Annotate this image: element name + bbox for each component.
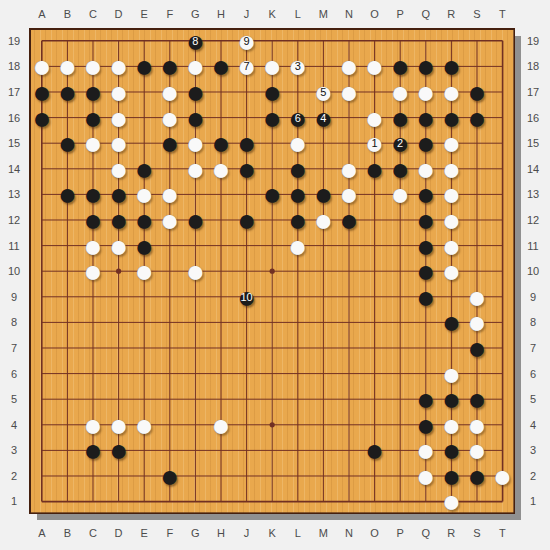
intersection-A6[interactable] <box>29 361 55 387</box>
intersection-T6[interactable] <box>490 361 516 387</box>
intersection-F7[interactable] <box>157 335 183 361</box>
intersection-H1[interactable] <box>208 489 234 515</box>
intersection-E7[interactable] <box>131 335 157 361</box>
intersection-P3[interactable] <box>387 438 413 464</box>
intersection-B9[interactable] <box>55 284 81 310</box>
intersection-E10[interactable]: ● <box>131 258 157 284</box>
intersection-B8[interactable] <box>55 310 81 336</box>
intersection-M12[interactable]: ● <box>311 207 337 233</box>
intersection-G10[interactable]: ● <box>183 258 209 284</box>
intersection-B7[interactable] <box>55 335 81 361</box>
intersection-F12[interactable]: ● <box>157 207 183 233</box>
white-stone: ● <box>135 409 154 441</box>
intersection-D8[interactable] <box>106 310 132 336</box>
intersection-G8[interactable] <box>183 310 209 336</box>
intersection-B12[interactable] <box>55 207 81 233</box>
intersection-K4[interactable] <box>259 412 285 438</box>
intersection-E18[interactable]: ● <box>131 54 157 80</box>
intersection-H3[interactable] <box>208 438 234 464</box>
intersection-T17[interactable] <box>490 79 516 105</box>
black-stone: ● <box>211 50 230 82</box>
intersection-F9[interactable] <box>157 284 183 310</box>
intersection-L1[interactable] <box>285 489 311 515</box>
white-stone: ● <box>390 178 409 210</box>
col-label: L <box>285 5 311 23</box>
intersection-K6[interactable] <box>259 361 285 387</box>
intersection-R1[interactable]: ● <box>439 489 465 515</box>
intersection-M1[interactable] <box>311 489 337 515</box>
intersection-M11[interactable] <box>311 233 337 259</box>
intersection-F11[interactable] <box>157 233 183 259</box>
intersection-H18[interactable]: ● <box>208 54 234 80</box>
intersection-P8[interactable] <box>387 310 413 336</box>
intersection-G9[interactable] <box>183 284 209 310</box>
intersection-F4[interactable] <box>157 412 183 438</box>
intersection-F6[interactable] <box>157 361 183 387</box>
intersection-N12[interactable]: ● <box>336 207 362 233</box>
intersection-N11[interactable] <box>336 233 362 259</box>
intersection-C1[interactable] <box>80 489 106 515</box>
intersection-M15[interactable] <box>311 130 337 156</box>
intersection-P2[interactable] <box>387 463 413 489</box>
intersection-N7[interactable] <box>336 335 362 361</box>
intersection-N10[interactable] <box>336 258 362 284</box>
intersection-K10[interactable] <box>259 258 285 284</box>
row-label: 5 <box>521 386 545 412</box>
intersection-T9[interactable] <box>490 284 516 310</box>
intersection-C7[interactable] <box>80 335 106 361</box>
intersection-M9[interactable] <box>311 284 337 310</box>
intersection-B15[interactable]: ● <box>55 130 81 156</box>
row-label: 11 <box>521 233 545 259</box>
intersection-B17[interactable]: ● <box>55 79 81 105</box>
intersection-G2[interactable] <box>183 463 209 489</box>
intersection-Q9[interactable]: ● <box>413 284 439 310</box>
intersection-J6[interactable] <box>234 361 260 387</box>
intersection-M6[interactable] <box>311 361 337 387</box>
intersection-G6[interactable] <box>183 361 209 387</box>
white-stone: ● <box>135 255 154 287</box>
intersection-C9[interactable] <box>80 284 106 310</box>
intersection-S16[interactable]: ● <box>464 105 490 131</box>
intersection-T4[interactable] <box>490 412 516 438</box>
intersection-S7[interactable]: ● <box>464 335 490 361</box>
column-labels-bottom: ABCDEFGHJKLMNOPQRST <box>29 524 515 542</box>
col-label: K <box>259 5 285 23</box>
black-stone: ● <box>58 127 77 159</box>
row-label: 17 <box>521 79 545 105</box>
row-label: 1 <box>521 489 545 515</box>
intersection-C8[interactable] <box>80 310 106 336</box>
intersection-H4[interactable]: ● <box>208 412 234 438</box>
intersection-H2[interactable] <box>208 463 234 489</box>
intersection-L2[interactable] <box>285 463 311 489</box>
intersection-Q8[interactable] <box>413 310 439 336</box>
intersection-T15[interactable] <box>490 130 516 156</box>
intersection-B11[interactable] <box>55 233 81 259</box>
intersection-O1[interactable] <box>362 489 388 515</box>
intersection-S14[interactable] <box>464 156 490 182</box>
intersection-Q1[interactable] <box>413 489 439 515</box>
col-label: G <box>183 524 209 542</box>
intersection-B1[interactable] <box>55 489 81 515</box>
intersection-F2[interactable]: ● <box>157 463 183 489</box>
intersection-J5[interactable] <box>234 386 260 412</box>
board-grid[interactable]: ●8●9●●●●●●●●●7●●3●●●●●●●●●●●●●5●●●●●●●●●… <box>29 28 515 514</box>
intersection-J8[interactable] <box>234 310 260 336</box>
intersection-A8[interactable] <box>29 310 55 336</box>
intersection-P1[interactable] <box>387 489 413 515</box>
intersection-A12[interactable] <box>29 207 55 233</box>
intersection-M8[interactable] <box>311 310 337 336</box>
intersection-O13[interactable] <box>362 182 388 208</box>
intersection-O10[interactable] <box>362 258 388 284</box>
intersection-K3[interactable] <box>259 438 285 464</box>
row-label: 7 <box>521 335 545 361</box>
row-label: 4 <box>521 412 545 438</box>
black-stone: ● <box>58 178 77 210</box>
intersection-O9[interactable] <box>362 284 388 310</box>
intersection-O12[interactable] <box>362 207 388 233</box>
intersection-P13[interactable]: ● <box>387 182 413 208</box>
col-label: J <box>234 5 260 23</box>
intersection-H10[interactable] <box>208 258 234 284</box>
intersection-H12[interactable] <box>208 207 234 233</box>
intersection-T18[interactable] <box>490 54 516 80</box>
row-label: 8 <box>521 310 545 336</box>
intersection-T5[interactable] <box>490 386 516 412</box>
white-stone: ● <box>442 255 461 287</box>
intersection-T8[interactable] <box>490 310 516 336</box>
intersection-K16[interactable]: ● <box>259 105 285 131</box>
intersection-P5[interactable] <box>387 386 413 412</box>
intersection-H7[interactable] <box>208 335 234 361</box>
intersection-D7[interactable] <box>106 335 132 361</box>
white-stone: ● <box>288 230 307 262</box>
intersection-B10[interactable] <box>55 258 81 284</box>
row-label: 3 <box>2 438 26 464</box>
intersection-A16[interactable]: ● <box>29 105 55 131</box>
intersection-K5[interactable] <box>259 386 285 412</box>
intersection-K8[interactable] <box>259 310 285 336</box>
intersection-S1[interactable] <box>464 489 490 515</box>
intersection-N8[interactable] <box>336 310 362 336</box>
intersection-S2[interactable]: ● <box>464 463 490 489</box>
intersection-G7[interactable] <box>183 335 209 361</box>
intersection-H14[interactable]: ● <box>208 156 234 182</box>
black-stone: ● <box>314 102 333 134</box>
intersection-E8[interactable] <box>131 310 157 336</box>
intersection-S12[interactable] <box>464 207 490 233</box>
col-label: D <box>106 524 132 542</box>
intersection-A13[interactable] <box>29 182 55 208</box>
intersection-M7[interactable] <box>311 335 337 361</box>
intersection-M5[interactable] <box>311 386 337 412</box>
black-stone: ● <box>467 460 486 492</box>
intersection-C6[interactable] <box>80 361 106 387</box>
intersection-C2[interactable] <box>80 463 106 489</box>
intersection-G3[interactable] <box>183 438 209 464</box>
intersection-A11[interactable] <box>29 233 55 259</box>
intersection-T11[interactable] <box>490 233 516 259</box>
white-stone: ● <box>160 204 179 236</box>
white-stone: ● <box>211 153 230 185</box>
intersection-H9[interactable] <box>208 284 234 310</box>
intersection-T10[interactable] <box>490 258 516 284</box>
intersection-M2[interactable] <box>311 463 337 489</box>
row-label: 16 <box>2 105 26 131</box>
intersection-L11[interactable]: ● <box>285 233 311 259</box>
row-label: 3 <box>521 438 545 464</box>
white-stone: ● <box>109 230 128 262</box>
intersection-O3[interactable]: ● <box>362 438 388 464</box>
intersection-A9[interactable] <box>29 284 55 310</box>
intersection-T1[interactable] <box>490 489 516 515</box>
intersection-J2[interactable] <box>234 463 260 489</box>
intersection-P10[interactable] <box>387 258 413 284</box>
row-label: 18 <box>2 54 26 80</box>
intersection-L8[interactable] <box>285 310 311 336</box>
intersection-N1[interactable] <box>336 489 362 515</box>
intersection-F5[interactable] <box>157 386 183 412</box>
col-label: A <box>29 524 55 542</box>
intersection-L9[interactable] <box>285 284 311 310</box>
intersection-A1[interactable] <box>29 489 55 515</box>
intersection-O14[interactable]: ● <box>362 156 388 182</box>
intersection-D10[interactable] <box>106 258 132 284</box>
intersection-D2[interactable] <box>106 463 132 489</box>
intersection-F8[interactable] <box>157 310 183 336</box>
col-label: N <box>336 5 362 23</box>
intersection-C10[interactable]: ● <box>80 258 106 284</box>
intersection-D3[interactable]: ● <box>106 438 132 464</box>
intersection-K11[interactable] <box>259 233 285 259</box>
intersection-J7[interactable] <box>234 335 260 361</box>
intersection-B6[interactable] <box>55 361 81 387</box>
intersection-N2[interactable] <box>336 463 362 489</box>
intersection-P12[interactable] <box>387 207 413 233</box>
intersection-B5[interactable] <box>55 386 81 412</box>
intersection-A2[interactable] <box>29 463 55 489</box>
intersection-K7[interactable] <box>259 335 285 361</box>
intersection-J9[interactable]: ●10 <box>234 284 260 310</box>
intersection-L18[interactable]: ●3 <box>285 54 311 80</box>
col-label: N <box>336 524 362 542</box>
intersection-L5[interactable] <box>285 386 311 412</box>
intersection-L7[interactable] <box>285 335 311 361</box>
intersection-H8[interactable] <box>208 310 234 336</box>
intersection-A5[interactable] <box>29 386 55 412</box>
white-stone: ● <box>83 255 102 287</box>
row-labels-left: 19181716151413121110987654321 <box>2 28 26 514</box>
intersection-A15[interactable] <box>29 130 55 156</box>
intersection-S15[interactable] <box>464 130 490 156</box>
intersection-P6[interactable] <box>387 361 413 387</box>
intersection-D6[interactable] <box>106 361 132 387</box>
col-label: S <box>464 524 490 542</box>
intersection-G14[interactable]: ● <box>183 156 209 182</box>
intersection-E6[interactable] <box>131 361 157 387</box>
intersection-K9[interactable] <box>259 284 285 310</box>
row-label: 2 <box>521 463 545 489</box>
black-stone: ● <box>160 127 179 159</box>
intersection-E2[interactable] <box>131 463 157 489</box>
intersection-N17[interactable]: ● <box>336 79 362 105</box>
intersection-G1[interactable] <box>183 489 209 515</box>
intersection-O7[interactable] <box>362 335 388 361</box>
intersection-C3[interactable]: ● <box>80 438 106 464</box>
row-label: 1 <box>2 489 26 515</box>
intersection-C15[interactable]: ● <box>80 130 106 156</box>
intersection-N5[interactable] <box>336 386 362 412</box>
intersection-P9[interactable] <box>387 284 413 310</box>
white-stone: ● <box>211 409 230 441</box>
intersection-B13[interactable]: ● <box>55 182 81 208</box>
intersection-D11[interactable]: ● <box>106 233 132 259</box>
intersection-E1[interactable] <box>131 489 157 515</box>
black-stone: ● <box>32 102 51 134</box>
intersection-Q7[interactable] <box>413 335 439 361</box>
intersection-E4[interactable]: ● <box>131 412 157 438</box>
intersection-K2[interactable] <box>259 463 285 489</box>
intersection-O11[interactable] <box>362 233 388 259</box>
row-label: 14 <box>2 156 26 182</box>
intersection-N16[interactable] <box>336 105 362 131</box>
intersection-K13[interactable]: ● <box>259 182 285 208</box>
intersection-G5[interactable] <box>183 386 209 412</box>
col-label: O <box>362 524 388 542</box>
intersection-R8[interactable]: ● <box>439 310 465 336</box>
intersection-M4[interactable] <box>311 412 337 438</box>
intersection-L4[interactable] <box>285 412 311 438</box>
intersection-K15[interactable] <box>259 130 285 156</box>
intersection-S11[interactable] <box>464 233 490 259</box>
row-label: 2 <box>2 463 26 489</box>
intersection-P11[interactable] <box>387 233 413 259</box>
intersection-T19[interactable] <box>490 28 516 54</box>
black-stone: ● <box>237 153 256 185</box>
black-stone: ● <box>160 460 179 492</box>
intersection-E3[interactable] <box>131 438 157 464</box>
intersection-O8[interactable] <box>362 310 388 336</box>
row-label: 12 <box>521 207 545 233</box>
intersection-B2[interactable] <box>55 463 81 489</box>
intersection-E16[interactable] <box>131 105 157 131</box>
intersection-J18[interactable]: ●7 <box>234 54 260 80</box>
intersection-O5[interactable] <box>362 386 388 412</box>
intersection-M10[interactable] <box>311 258 337 284</box>
col-label: G <box>183 5 209 23</box>
intersection-S13[interactable] <box>464 182 490 208</box>
intersection-T13[interactable] <box>490 182 516 208</box>
intersection-F10[interactable] <box>157 258 183 284</box>
intersection-O2[interactable] <box>362 463 388 489</box>
intersection-F1[interactable] <box>157 489 183 515</box>
intersection-A7[interactable] <box>29 335 55 361</box>
intersection-M3[interactable] <box>311 438 337 464</box>
row-label: 13 <box>521 182 545 208</box>
intersection-M16[interactable]: ●4 <box>311 105 337 131</box>
intersection-B4[interactable] <box>55 412 81 438</box>
intersection-A3[interactable] <box>29 438 55 464</box>
intersection-G12[interactable]: ● <box>183 207 209 233</box>
intersection-J1[interactable] <box>234 489 260 515</box>
black-stone: ● <box>467 102 486 134</box>
white-stone: ● <box>365 50 384 82</box>
col-label: H <box>208 5 234 23</box>
intersection-N4[interactable] <box>336 412 362 438</box>
col-label: R <box>439 5 465 23</box>
intersection-A10[interactable] <box>29 258 55 284</box>
intersection-D9[interactable] <box>106 284 132 310</box>
intersection-T16[interactable] <box>490 105 516 131</box>
black-stone: ● <box>365 153 384 185</box>
intersection-H11[interactable] <box>208 233 234 259</box>
intersection-P7[interactable] <box>387 335 413 361</box>
intersection-L6[interactable] <box>285 361 311 387</box>
black-stone: ● <box>58 76 77 108</box>
intersection-J14[interactable]: ● <box>234 156 260 182</box>
intersection-O18[interactable]: ● <box>362 54 388 80</box>
col-label: M <box>311 5 337 23</box>
row-label: 7 <box>2 335 26 361</box>
intersection-S19[interactable] <box>464 28 490 54</box>
intersection-J3[interactable] <box>234 438 260 464</box>
intersection-N3[interactable] <box>336 438 362 464</box>
intersection-Q2[interactable]: ● <box>413 463 439 489</box>
col-label: T <box>490 524 516 542</box>
white-stone: ● <box>493 460 512 492</box>
intersection-H13[interactable] <box>208 182 234 208</box>
intersection-J11[interactable] <box>234 233 260 259</box>
intersection-E17[interactable] <box>131 79 157 105</box>
column-labels-top: ABCDEFGHJKLMNOPQRST <box>29 5 515 23</box>
intersection-F15[interactable]: ● <box>157 130 183 156</box>
intersection-G4[interactable] <box>183 412 209 438</box>
intersection-O6[interactable] <box>362 361 388 387</box>
intersection-M19[interactable] <box>311 28 337 54</box>
intersection-K1[interactable] <box>259 489 285 515</box>
intersection-H6[interactable] <box>208 361 234 387</box>
intersection-H17[interactable] <box>208 79 234 105</box>
intersection-J17[interactable] <box>234 79 260 105</box>
intersection-T7[interactable] <box>490 335 516 361</box>
intersection-D1[interactable] <box>106 489 132 515</box>
intersection-T14[interactable] <box>490 156 516 182</box>
intersection-N9[interactable] <box>336 284 362 310</box>
intersection-R10[interactable]: ● <box>439 258 465 284</box>
black-stone: ● <box>83 434 102 466</box>
intersection-T2[interactable]: ● <box>490 463 516 489</box>
intersection-A4[interactable] <box>29 412 55 438</box>
intersection-A14[interactable] <box>29 156 55 182</box>
intersection-J12[interactable]: ● <box>234 207 260 233</box>
row-labels-right: 19181716151413121110987654321 <box>521 28 545 514</box>
white-stone: ● <box>288 50 307 82</box>
white-stone: ● <box>416 460 435 492</box>
intersection-E9[interactable] <box>131 284 157 310</box>
intersection-L10[interactable] <box>285 258 311 284</box>
intersection-J4[interactable] <box>234 412 260 438</box>
intersection-N6[interactable] <box>336 361 362 387</box>
intersection-T12[interactable] <box>490 207 516 233</box>
col-label: B <box>55 5 81 23</box>
intersection-K12[interactable] <box>259 207 285 233</box>
intersection-P4[interactable] <box>387 412 413 438</box>
intersection-B3[interactable] <box>55 438 81 464</box>
intersection-L3[interactable] <box>285 438 311 464</box>
row-label: 10 <box>521 258 545 284</box>
